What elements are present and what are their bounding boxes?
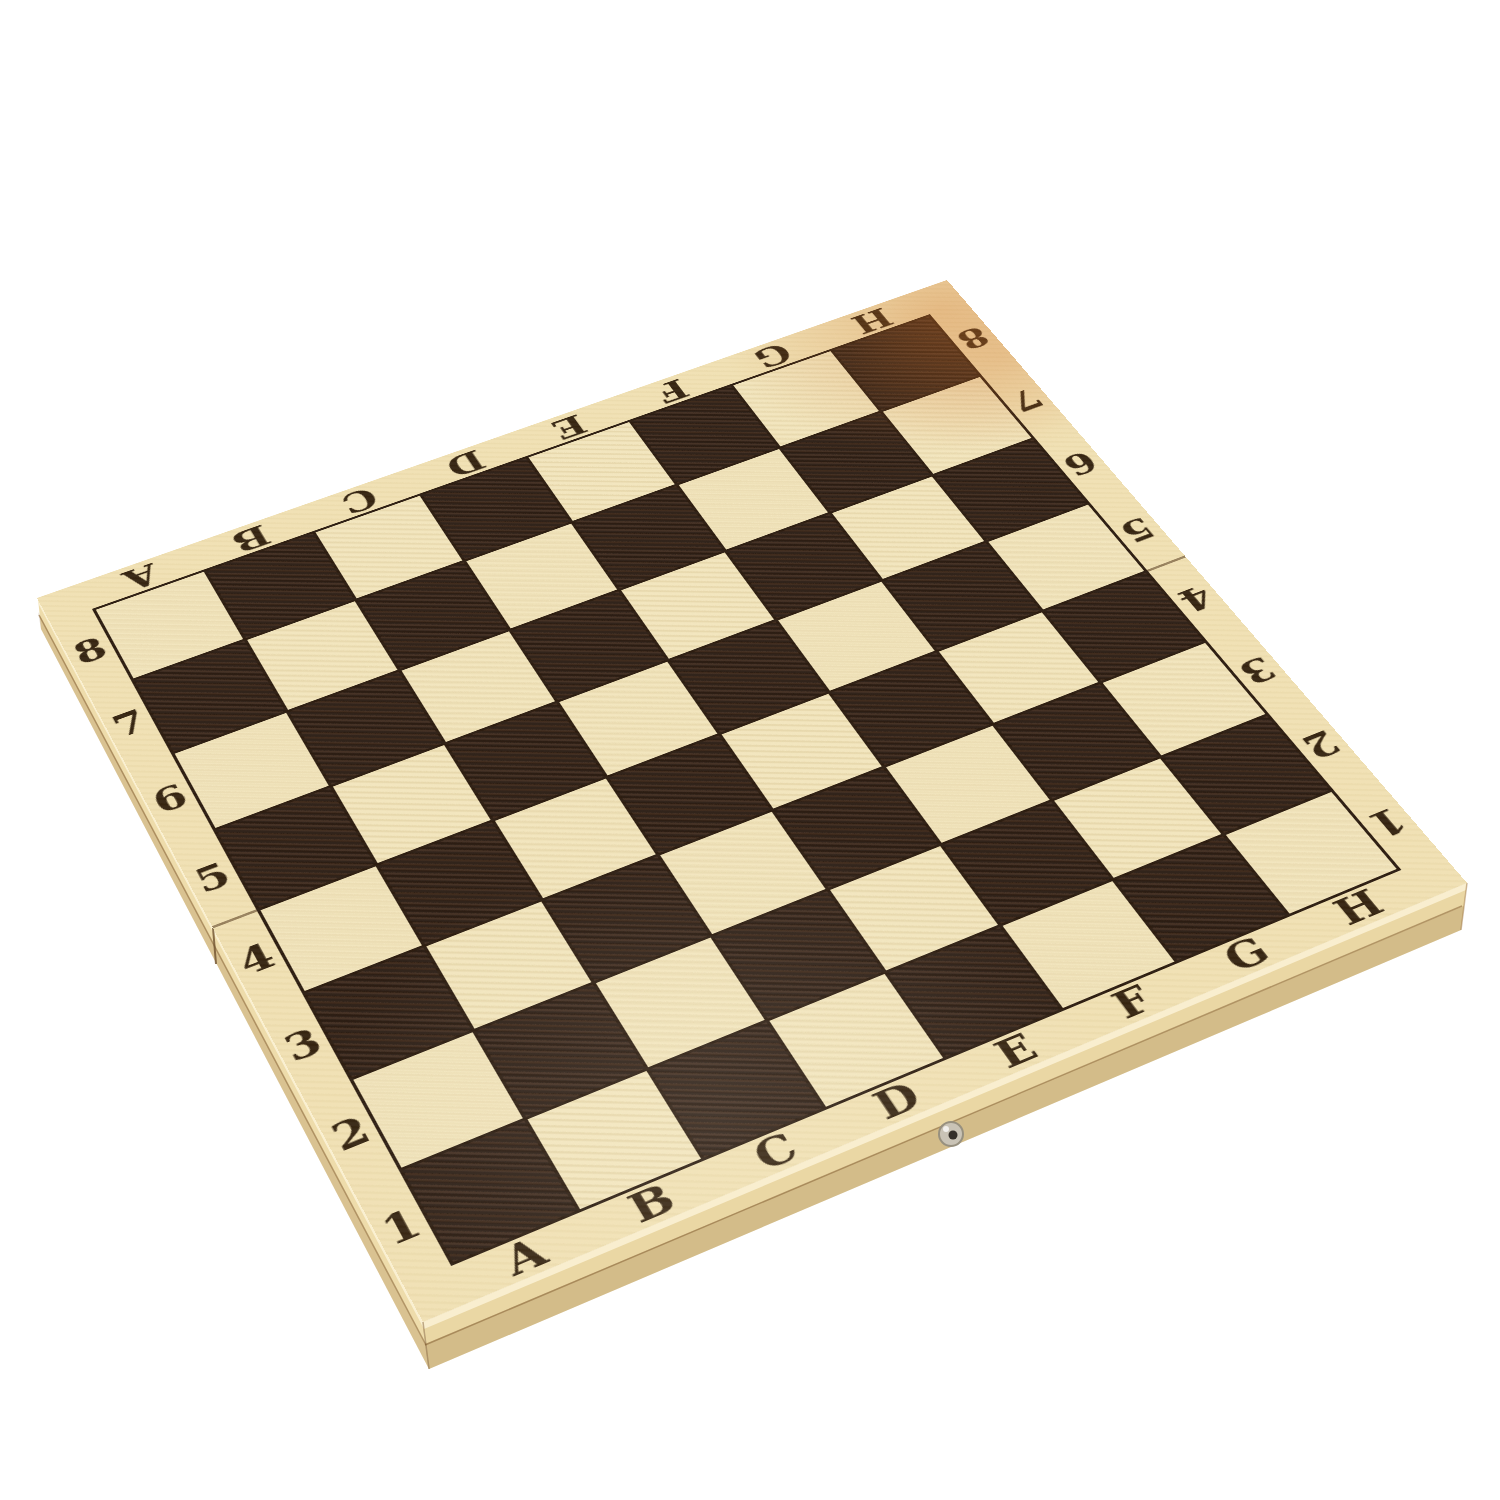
file-label: F xyxy=(1106,981,1160,1025)
product-photo-scene: ABCDEFGH ABCDEFGH 87654321 87654321 xyxy=(0,0,1500,1500)
rank-label: 3 xyxy=(279,1023,328,1067)
latch-pin-hole xyxy=(949,1131,958,1140)
rank-label: 1 xyxy=(376,1204,428,1252)
rank-label: 5 xyxy=(189,858,235,899)
rank-label: 6 xyxy=(148,780,193,819)
file-label: F xyxy=(650,375,694,407)
rank-label: 8 xyxy=(69,633,112,669)
rank-label: 2 xyxy=(326,1111,376,1157)
rank-label: 4 xyxy=(233,939,281,982)
rank-label: 7 xyxy=(107,705,151,743)
latch-pin-highlight xyxy=(943,1126,949,1132)
